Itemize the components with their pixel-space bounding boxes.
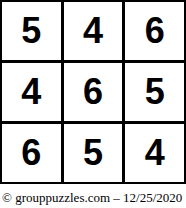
cell-r2c2: 6 — [64, 63, 123, 121]
copyright-text: © grouppuzzles.com – 12/25/2020 — [2, 190, 182, 205]
cell-r1c2: 4 — [64, 2, 123, 60]
tictac-grid: 5 4 6 4 6 5 6 5 4 — [0, 0, 186, 184]
cell-r2c1: 4 — [2, 63, 61, 121]
cell-r3c3: 4 — [125, 124, 184, 182]
puzzle-card: 5 4 6 4 6 5 6 5 4 © grouppuzzles.com – 1… — [0, 0, 186, 208]
cell-r1c1: 5 — [2, 2, 61, 60]
cell-r3c1: 6 — [2, 124, 61, 182]
cell-r1c3: 6 — [125, 2, 184, 60]
cell-r2c3: 5 — [125, 63, 184, 121]
cell-r3c2: 5 — [64, 124, 123, 182]
copyright-footer: © grouppuzzles.com – 12/25/2020 — [2, 190, 184, 206]
